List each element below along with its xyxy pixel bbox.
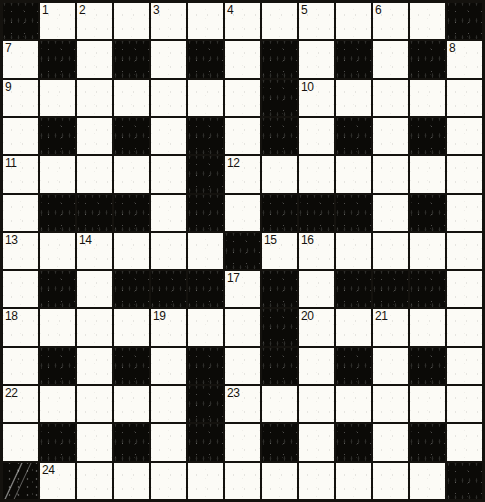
crossword-cell[interactable]: 10 (299, 80, 334, 116)
crossword-cell[interactable] (151, 41, 186, 77)
crossword-cell[interactable] (336, 156, 371, 192)
black-cell (410, 195, 445, 231)
clue-number: 20 (301, 310, 313, 323)
crossword-cell[interactable] (225, 309, 260, 345)
clue-number: 22 (5, 387, 17, 400)
crossword-cell[interactable] (77, 424, 112, 460)
crossword-cell[interactable] (188, 233, 223, 269)
crossword-cell[interactable] (373, 348, 408, 384)
crossword-cell[interactable] (225, 195, 260, 231)
crossword-cell[interactable] (373, 195, 408, 231)
crossword-cell[interactable] (40, 156, 75, 192)
black-cell (447, 3, 482, 39)
clue-number: 21 (375, 310, 387, 323)
crossword-cell[interactable] (151, 233, 186, 269)
crossword-cell[interactable] (225, 348, 260, 384)
crossword-cell[interactable] (410, 233, 445, 269)
crossword-cell[interactable] (114, 3, 149, 39)
crossword-cell[interactable] (188, 80, 223, 116)
crossword-cell[interactable] (114, 156, 149, 192)
black-cell (410, 271, 445, 307)
clue-number: 16 (301, 234, 313, 247)
crossword-cell[interactable] (447, 309, 482, 345)
crossword-cell[interactable] (373, 118, 408, 154)
crossword-cell[interactable] (336, 233, 371, 269)
crossword-cell[interactable] (225, 41, 260, 77)
crossword-cell[interactable]: 19 (151, 309, 186, 345)
black-cell (188, 41, 223, 77)
black-cell (336, 41, 371, 77)
crossword-cell[interactable] (299, 463, 334, 499)
crossword-cell[interactable] (151, 386, 186, 422)
crossword-cell[interactable] (3, 348, 38, 384)
crossword-cell[interactable] (373, 424, 408, 460)
crossword-cell[interactable] (3, 118, 38, 154)
crossword-cell[interactable]: 16 (299, 233, 334, 269)
crossword-cell[interactable] (77, 348, 112, 384)
black-cell (114, 348, 149, 384)
black-cell (262, 309, 297, 345)
black-cell (77, 195, 112, 231)
clue-number: 8 (449, 42, 455, 55)
crossword-cell[interactable] (299, 271, 334, 307)
crossword-cell[interactable] (225, 80, 260, 116)
crossword-cell[interactable] (77, 386, 112, 422)
crossword-cell[interactable] (151, 348, 186, 384)
black-cell (410, 348, 445, 384)
crossword-cell[interactable] (225, 424, 260, 460)
black-cell (410, 118, 445, 154)
crossword-cell[interactable] (447, 156, 482, 192)
crossword-cell[interactable] (114, 233, 149, 269)
clue-number: 6 (375, 4, 381, 17)
crossword-cell[interactable]: 22 (3, 386, 38, 422)
crossword-cell[interactable] (151, 118, 186, 154)
crossword-cell[interactable] (299, 424, 334, 460)
black-cell (188, 195, 223, 231)
crossword-cell[interactable] (77, 41, 112, 77)
clue-number: 4 (227, 4, 233, 17)
crossword-cell[interactable] (447, 118, 482, 154)
crossword-cell[interactable] (447, 424, 482, 460)
crossword-cell[interactable]: 6 (373, 3, 408, 39)
crossword-cell[interactable] (225, 463, 260, 499)
clue-number: 15 (264, 234, 276, 247)
crossword-cell[interactable]: 9 (3, 80, 38, 116)
crossword-cell[interactable] (188, 3, 223, 39)
crossword-cell[interactable]: 18 (3, 309, 38, 345)
black-cell (336, 271, 371, 307)
crossword-cell[interactable] (40, 80, 75, 116)
crossword-cell[interactable]: 21 (373, 309, 408, 345)
crossword-cell[interactable] (336, 463, 371, 499)
black-cell (262, 271, 297, 307)
crossword-cell[interactable] (373, 80, 408, 116)
crossword-cell[interactable] (447, 348, 482, 384)
crossword-cell[interactable]: 3 (151, 3, 186, 39)
crossword-cell[interactable]: 13 (3, 233, 38, 269)
crossword-cell[interactable]: 2 (77, 3, 112, 39)
crossword-cell[interactable]: 17 (225, 271, 260, 307)
clue-number: 24 (42, 464, 54, 477)
crossword-cell[interactable] (299, 118, 334, 154)
black-cell (336, 118, 371, 154)
crossword-cell[interactable] (410, 156, 445, 192)
crossword-cell[interactable] (373, 463, 408, 499)
black-cell (262, 41, 297, 77)
crossword-cell[interactable] (299, 386, 334, 422)
crossword-cell[interactable]: 5 (299, 3, 334, 39)
crossword-cell[interactable]: 1 (40, 3, 75, 39)
black-cell (40, 118, 75, 154)
crossword-cell[interactable] (40, 233, 75, 269)
crossword-cell[interactable] (447, 386, 482, 422)
crossword-cell[interactable] (151, 195, 186, 231)
black-cell (262, 195, 297, 231)
black-cell (114, 118, 149, 154)
clue-number: 17 (227, 272, 239, 285)
crossword-cell[interactable] (373, 156, 408, 192)
crossword-cell[interactable] (410, 309, 445, 345)
crossword-cell[interactable] (262, 463, 297, 499)
crossword-cell[interactable] (336, 309, 371, 345)
crossword-cell[interactable] (188, 309, 223, 345)
crossword-cell[interactable] (77, 80, 112, 116)
crossword-cell[interactable] (114, 386, 149, 422)
crossword-cell[interactable] (336, 386, 371, 422)
black-cell (410, 41, 445, 77)
crossword-cell[interactable] (188, 463, 223, 499)
black-cell (225, 233, 260, 269)
clue-number: 14 (79, 234, 91, 247)
crossword-cell[interactable] (151, 156, 186, 192)
black-cell (40, 348, 75, 384)
clue-number: 10 (301, 81, 313, 94)
black-cell (373, 271, 408, 307)
clue-number: 7 (5, 42, 11, 55)
black-cell (262, 348, 297, 384)
clue-number: 19 (153, 310, 165, 323)
black-cell (114, 424, 149, 460)
crossword-cell[interactable] (447, 80, 482, 116)
clue-number: 5 (301, 4, 307, 17)
black-cell (262, 424, 297, 460)
crossword-cell[interactable] (114, 80, 149, 116)
crossword-cell[interactable]: 4 (225, 3, 260, 39)
crossword-cell[interactable] (410, 80, 445, 116)
black-cell (40, 195, 75, 231)
crossword-cell[interactable] (3, 271, 38, 307)
black-cell (188, 271, 223, 307)
crossword-cell[interactable] (336, 3, 371, 39)
crossword-cell[interactable] (3, 424, 38, 460)
black-cell (188, 156, 223, 192)
crossword-cell[interactable] (262, 3, 297, 39)
crossword-cell[interactable] (77, 271, 112, 307)
clue-number: 23 (227, 387, 239, 400)
black-cell (188, 386, 223, 422)
crossword-cell[interactable] (373, 386, 408, 422)
black-cell (188, 424, 223, 460)
black-cell (40, 271, 75, 307)
black-cell (336, 195, 371, 231)
black-cell (410, 424, 445, 460)
crossword-cell[interactable] (77, 309, 112, 345)
black-cell (151, 271, 186, 307)
clue-number: 2 (79, 4, 85, 17)
crossword-cell[interactable] (77, 156, 112, 192)
crossword-cell[interactable] (410, 386, 445, 422)
crossword-cell[interactable] (40, 386, 75, 422)
crossword-cell[interactable] (262, 386, 297, 422)
crossword-cell[interactable] (114, 463, 149, 499)
crossword-cell[interactable]: 14 (77, 233, 112, 269)
crossword-cell[interactable] (299, 156, 334, 192)
crossword-cell[interactable] (299, 348, 334, 384)
clue-number: 9 (5, 81, 11, 94)
crossword-cell[interactable] (77, 118, 112, 154)
black-cell (3, 463, 38, 499)
black-cell (188, 348, 223, 384)
crossword-cell[interactable]: 20 (299, 309, 334, 345)
crossword-cell[interactable] (40, 309, 75, 345)
crossword-cell[interactable] (336, 80, 371, 116)
crossword-cell[interactable]: 7 (3, 41, 38, 77)
crossword-cell[interactable]: 24 (40, 463, 75, 499)
crossword-cell[interactable] (373, 41, 408, 77)
clue-number: 18 (5, 310, 17, 323)
crossword-cell[interactable] (151, 80, 186, 116)
black-cell (188, 118, 223, 154)
black-cell (336, 424, 371, 460)
crossword-cell[interactable] (447, 233, 482, 269)
crossword-cell[interactable]: 8 (447, 41, 482, 77)
crossword-cell[interactable] (77, 463, 112, 499)
crossword-cell[interactable] (447, 195, 482, 231)
crossword-cell[interactable] (3, 195, 38, 231)
black-cell (3, 3, 38, 39)
crossword-cell[interactable] (262, 156, 297, 192)
black-cell (114, 195, 149, 231)
black-cell (262, 118, 297, 154)
clue-number: 12 (227, 157, 239, 170)
crossword-cell[interactable] (151, 463, 186, 499)
crossword-cell[interactable]: 11 (3, 156, 38, 192)
black-cell (262, 80, 297, 116)
black-cell (40, 424, 75, 460)
crossword-cell[interactable] (114, 309, 149, 345)
crossword-cell[interactable] (410, 3, 445, 39)
crossword-cell[interactable] (299, 41, 334, 77)
black-cell (114, 41, 149, 77)
clue-number: 13 (5, 234, 17, 247)
crossword-cell[interactable] (447, 271, 482, 307)
crossword-cell[interactable]: 23 (225, 386, 260, 422)
crossword-cell[interactable]: 12 (225, 156, 260, 192)
clue-number: 3 (153, 4, 159, 17)
black-cell (299, 195, 334, 231)
black-cell (114, 271, 149, 307)
black-cell (447, 463, 482, 499)
black-cell (336, 348, 371, 384)
crossword-cell[interactable]: 15 (262, 233, 297, 269)
clue-number: 1 (42, 4, 48, 17)
crossword-cell[interactable] (373, 233, 408, 269)
crossword-cell[interactable] (225, 118, 260, 154)
crossword-cell[interactable] (410, 463, 445, 499)
black-cell (40, 41, 75, 77)
crossword-board: 123456789101112131415161718192021222324 (0, 0, 485, 502)
crossword-cell[interactable] (151, 424, 186, 460)
clue-number: 11 (5, 157, 16, 170)
